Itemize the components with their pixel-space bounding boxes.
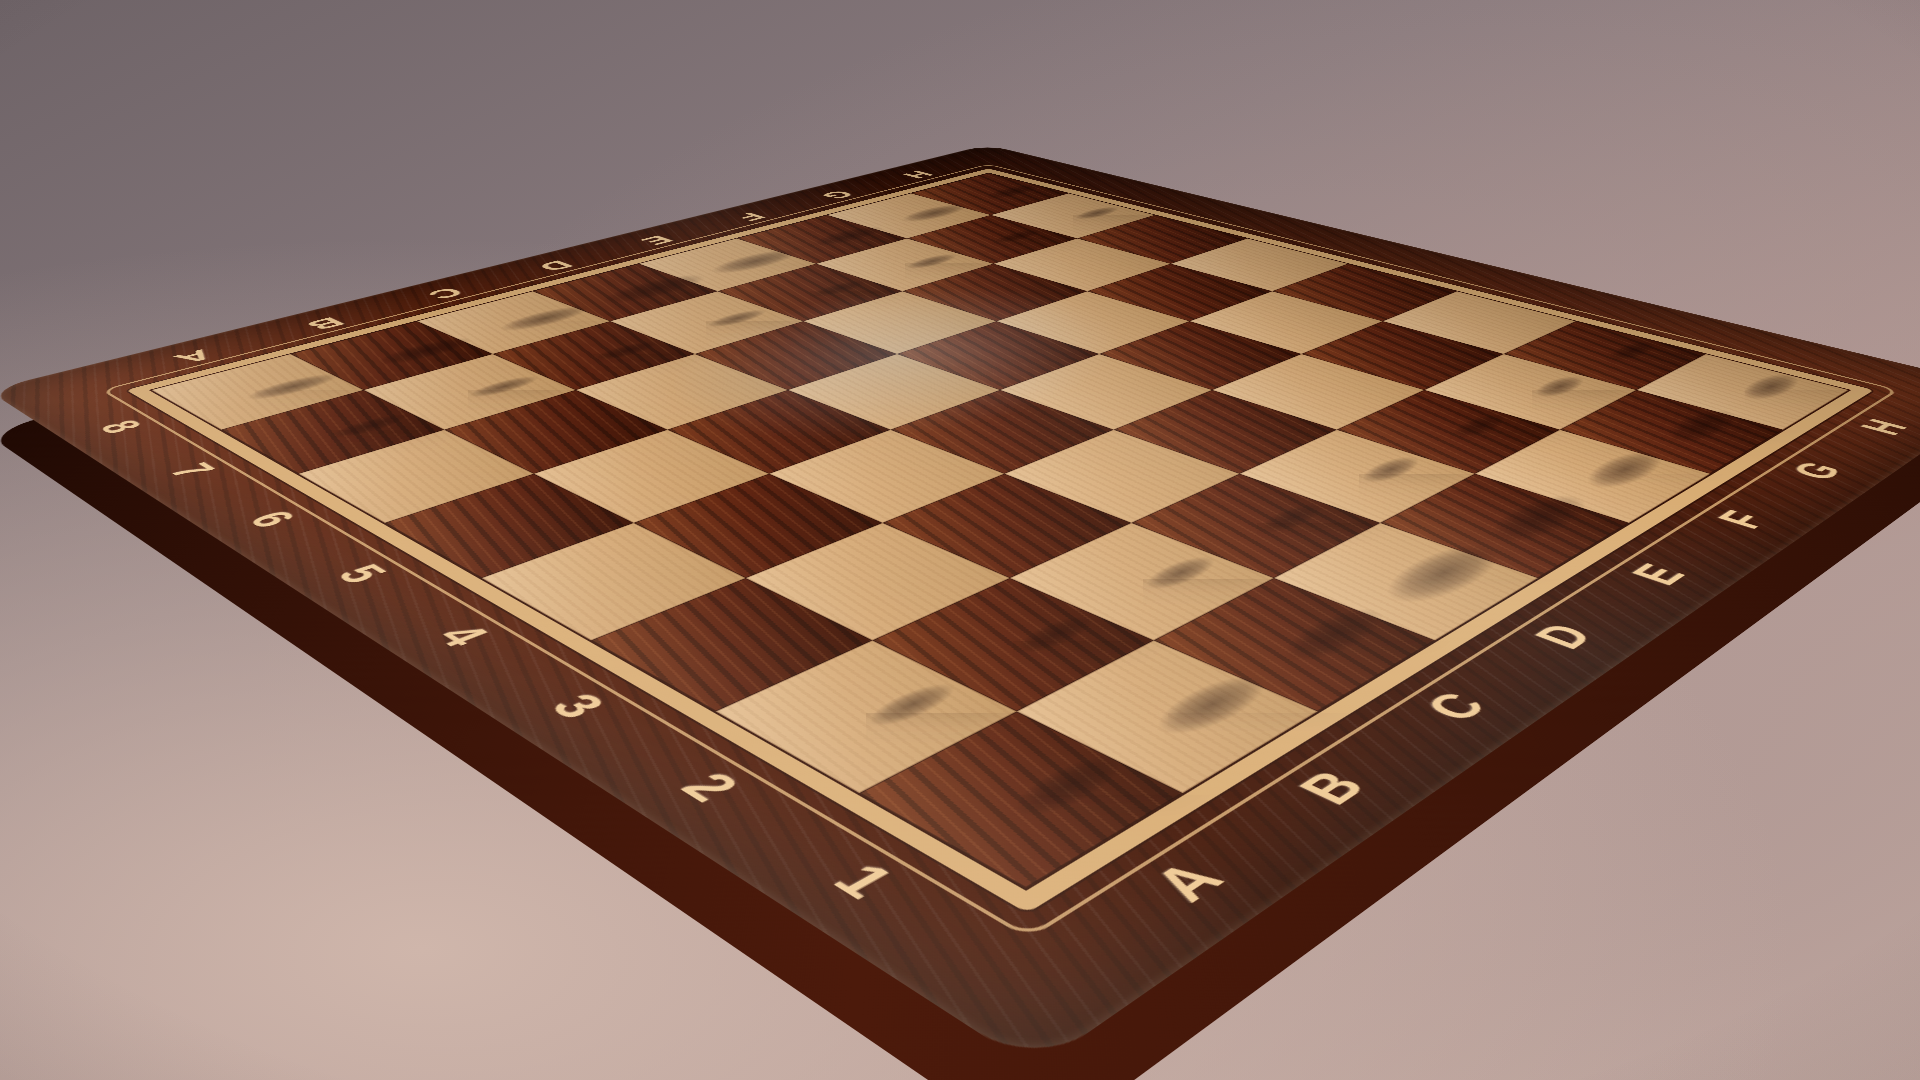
pawn-glyph: ♟ <box>220 199 442 447</box>
3d-viewport[interactable]: 12345678AABBCCDDEEFFGGHH ♜♞♝♚♛♝♞♜♟♟♟♟♟♟♟… <box>0 0 1920 1080</box>
rook-glyph: ♜ <box>822 382 1220 826</box>
